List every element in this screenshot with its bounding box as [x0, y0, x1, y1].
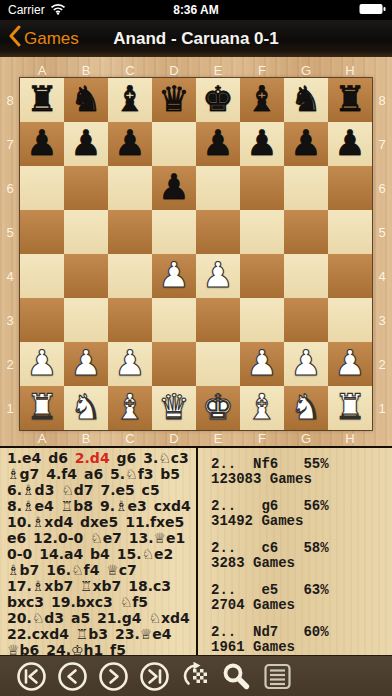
square-e6[interactable] [196, 166, 240, 210]
board-area: ABCDEFGH 87654321 ♜♞♝♛♚♝♞♜♟♟♟♟♟♟♟♟♟♟♟♟♟♟… [0, 57, 392, 446]
square-f6[interactable] [240, 166, 284, 210]
game-list-icon[interactable] [261, 660, 293, 692]
battery-icon [359, 3, 386, 18]
square-b7[interactable]: ♟ [64, 122, 108, 166]
square-e2[interactable] [196, 342, 240, 386]
piece-black-pawn: ♟ [114, 126, 145, 161]
db-move-games: 1961 Games [211, 640, 392, 655]
rank-label-2: 2 [0, 342, 20, 386]
square-a1[interactable]: ♜ [20, 386, 64, 430]
square-g8[interactable]: ♞ [284, 78, 328, 122]
db-move-row[interactable]: 2.. Nd7 60% 1961 Games [211, 625, 392, 655]
current-move[interactable]: 2.d4 [75, 450, 110, 466]
square-b1[interactable]: ♞ [64, 386, 108, 430]
board: ♜♞♝♛♚♝♞♜♟♟♟♟♟♟♟♟♟♟♟♟♟♟♟♟♜♞♝♛♚♝♞♜ [20, 78, 372, 430]
file-labels-top: ABCDEFGH [20, 62, 372, 78]
rank-label-3: 3 [0, 298, 20, 342]
back-chevron-icon [8, 25, 21, 52]
db-move-stats: 2.. Nf6 55% [211, 457, 392, 472]
piece-white-pawn: ♟ [70, 346, 101, 381]
piece-black-pawn: ♟ [290, 126, 321, 161]
db-move-stats: 2.. c6 58% [211, 541, 392, 556]
app: Carrier 8:36 AM [0, 0, 392, 696]
square-e3[interactable] [196, 298, 240, 342]
piece-black-pawn: ♟ [334, 126, 365, 161]
rank-label-6: 6 [0, 166, 20, 210]
file-label-g: G [284, 430, 328, 446]
file-label-b: B [64, 430, 108, 446]
square-c3[interactable] [108, 298, 152, 342]
piece-black-bishop: ♝ [246, 82, 277, 117]
piece-black-pawn: ♟ [246, 126, 277, 161]
square-b6[interactable] [64, 166, 108, 210]
square-d1[interactable]: ♛ [152, 386, 196, 430]
lower-panel: 1.e4 d6 2.d4 g6 3.♘c3 ♗g7 4.f4 a6 5.♘f3 … [0, 446, 392, 655]
square-e8[interactable]: ♚ [196, 78, 240, 122]
piece-black-pawn: ♟ [158, 170, 189, 205]
file-label-c: C [108, 430, 152, 446]
rank-label-2: 2 [372, 342, 392, 386]
rank-label-8: 8 [372, 78, 392, 122]
square-d5[interactable] [152, 210, 196, 254]
square-h6[interactable] [328, 166, 372, 210]
square-h2[interactable]: ♟ [328, 342, 372, 386]
file-label-a: A [20, 430, 64, 446]
search-icon[interactable] [220, 660, 252, 692]
square-g5[interactable] [284, 210, 328, 254]
piece-white-pawn: ♟ [114, 346, 145, 381]
piece-white-knight: ♞ [70, 390, 101, 425]
square-f2[interactable]: ♟ [240, 342, 284, 386]
piece-black-knight: ♞ [70, 82, 101, 117]
file-label-d: D [152, 62, 196, 78]
square-h8[interactable]: ♜ [328, 78, 372, 122]
square-a6[interactable] [20, 166, 64, 210]
square-b3[interactable] [64, 298, 108, 342]
page-title: Anand - Caruana 0-1 [60, 20, 332, 57]
piece-white-pawn: ♟ [26, 346, 57, 381]
piece-white-rook: ♜ [334, 390, 365, 425]
square-c6[interactable] [108, 166, 152, 210]
rank-label-1: 1 [372, 386, 392, 430]
file-label-e: E [196, 430, 240, 446]
square-d3[interactable] [152, 298, 196, 342]
piece-black-bishop: ♝ [114, 82, 145, 117]
rank-label-1: 1 [0, 386, 20, 430]
square-b5[interactable] [64, 210, 108, 254]
square-a5[interactable] [20, 210, 64, 254]
rank-label-4: 4 [0, 254, 20, 298]
rank-labels-right: 87654321 [372, 78, 392, 430]
db-move-stats: 2.. g6 56% [211, 499, 392, 514]
square-d7[interactable] [152, 122, 196, 166]
rank-label-4: 4 [372, 254, 392, 298]
square-c2[interactable]: ♟ [108, 342, 152, 386]
square-a7[interactable]: ♟ [20, 122, 64, 166]
square-g7[interactable]: ♟ [284, 122, 328, 166]
file-label-f: F [240, 62, 284, 78]
flip-board-icon[interactable] [179, 660, 211, 692]
piece-white-pawn: ♟ [290, 346, 321, 381]
square-h4[interactable] [328, 254, 372, 298]
piece-white-pawn: ♟ [246, 346, 277, 381]
square-c8[interactable]: ♝ [108, 78, 152, 122]
db-move-row[interactable]: 2.. c6 58% 3283 Games [211, 541, 392, 571]
square-f8[interactable]: ♝ [240, 78, 284, 122]
file-label-h: H [328, 430, 372, 446]
piece-black-pawn: ♟ [26, 126, 57, 161]
go-to-start-button[interactable] [15, 660, 47, 692]
square-a2[interactable]: ♟ [20, 342, 64, 386]
rank-label-7: 7 [372, 122, 392, 166]
db-move-row[interactable]: 2.. g6 56% 31492 Games [211, 499, 392, 529]
square-c5[interactable] [108, 210, 152, 254]
square-g6[interactable] [284, 166, 328, 210]
square-e7[interactable]: ♟ [196, 122, 240, 166]
file-label-g: G [284, 62, 328, 78]
piece-white-pawn: ♟ [334, 346, 365, 381]
rank-label-8: 8 [0, 78, 20, 122]
file-label-a: A [20, 62, 64, 78]
db-move-stats: 2.. Nd7 60% [211, 625, 392, 640]
square-h5[interactable] [328, 210, 372, 254]
database-panel: 2.. Nf6 55% 123083 Games 2.. g6 56% 3149… [198, 448, 392, 655]
square-f3[interactable] [240, 298, 284, 342]
square-h7[interactable]: ♟ [328, 122, 372, 166]
nav-bar: Games Anand - Caruana 0-1 [0, 20, 392, 57]
db-move-games: 2704 Games [211, 598, 392, 613]
piece-black-queen: ♛ [158, 82, 189, 117]
file-label-b: B [64, 62, 108, 78]
square-h1[interactable]: ♜ [328, 386, 372, 430]
piece-black-pawn: ♟ [70, 126, 101, 161]
rank-label-7: 7 [0, 122, 20, 166]
square-g1[interactable]: ♞ [284, 386, 328, 430]
square-c1[interactable]: ♝ [108, 386, 152, 430]
file-label-c: C [108, 62, 152, 78]
db-move-row[interactable]: 2.. e5 63% 2704 Games [211, 583, 392, 613]
square-e4[interactable]: ♟ [196, 254, 240, 298]
square-b8[interactable]: ♞ [64, 78, 108, 122]
piece-white-queen: ♛ [158, 390, 189, 425]
piece-white-bishop: ♝ [246, 390, 277, 425]
db-move-games: 3283 Games [211, 556, 392, 571]
piece-white-rook: ♜ [26, 390, 57, 425]
rank-label-3: 3 [372, 298, 392, 342]
piece-white-king: ♚ [202, 390, 233, 425]
square-g2[interactable]: ♟ [284, 342, 328, 386]
piece-white-pawn: ♟ [202, 258, 233, 293]
piece-white-knight: ♞ [290, 390, 321, 425]
move-list[interactable]: 1.e4 d6 2.d4 g6 3.♘c3 ♗g7 4.f4 a6 5.♘f3 … [0, 448, 196, 655]
file-label-e: E [196, 62, 240, 78]
square-c4[interactable] [108, 254, 152, 298]
piece-black-rook: ♜ [26, 82, 57, 117]
db-move-games: 31492 Games [211, 514, 392, 529]
square-f7[interactable]: ♟ [240, 122, 284, 166]
file-label-h: H [328, 62, 372, 78]
moves-after: g6 3.♘c3 ♗g7 4.f4 a6 5.♘f3 b5 6.♗d3 ♘d7 … [7, 450, 191, 655]
rank-label-6: 6 [372, 166, 392, 210]
file-label-d: D [152, 430, 196, 446]
rank-labels-left: 87654321 [0, 78, 20, 430]
square-c7[interactable]: ♟ [108, 122, 152, 166]
square-d8[interactable]: ♛ [152, 78, 196, 122]
db-move-stats: 2.. e5 63% [211, 583, 392, 598]
square-a8[interactable]: ♜ [20, 78, 64, 122]
status-bar: Carrier 8:36 AM [0, 0, 392, 20]
square-f5[interactable] [240, 210, 284, 254]
square-b4[interactable] [64, 254, 108, 298]
file-label-f: F [240, 430, 284, 446]
square-e5[interactable] [196, 210, 240, 254]
db-move-row[interactable]: 2.. Nf6 55% 123083 Games [211, 457, 392, 487]
piece-black-pawn: ♟ [202, 126, 233, 161]
square-d4[interactable]: ♟ [152, 254, 196, 298]
square-g3[interactable] [284, 298, 328, 342]
square-e1[interactable]: ♚ [196, 386, 240, 430]
file-labels-bottom: ABCDEFGH [20, 430, 372, 446]
previous-move-button[interactable] [56, 660, 88, 692]
next-move-button[interactable] [97, 660, 129, 692]
square-d6[interactable]: ♟ [152, 166, 196, 210]
moves-before: 1.e4 d6 [7, 450, 75, 466]
piece-white-bishop: ♝ [114, 390, 145, 425]
toolbar [0, 655, 392, 696]
square-d2[interactable] [152, 342, 196, 386]
square-b2[interactable]: ♟ [64, 342, 108, 386]
square-a3[interactable] [20, 298, 64, 342]
db-move-games: 123083 Games [211, 472, 392, 487]
clock: 8:36 AM [0, 3, 392, 17]
rank-label-5: 5 [0, 210, 20, 254]
rank-label-5: 5 [372, 210, 392, 254]
square-f4[interactable] [240, 254, 284, 298]
piece-white-pawn: ♟ [158, 258, 189, 293]
piece-black-king: ♚ [202, 82, 233, 117]
square-h3[interactable] [328, 298, 372, 342]
piece-black-knight: ♞ [290, 82, 321, 117]
piece-black-rook: ♜ [334, 82, 365, 117]
square-f1[interactable]: ♝ [240, 386, 284, 430]
go-to-end-button[interactable] [138, 660, 170, 692]
square-a4[interactable] [20, 254, 64, 298]
square-g4[interactable] [284, 254, 328, 298]
